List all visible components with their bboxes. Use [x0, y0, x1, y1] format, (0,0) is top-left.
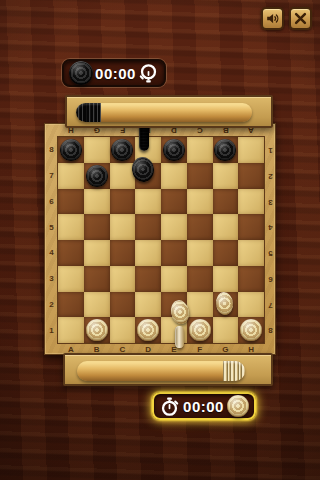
coord-label-5: 5: [264, 240, 277, 266]
coord-label-2: 2: [264, 163, 277, 189]
opponent-timer: 00:00: [95, 65, 136, 82]
square-g3[interactable]: [213, 266, 239, 292]
black-piece-a8[interactable]: [60, 139, 82, 161]
opponent-piece-icon: [69, 61, 93, 85]
black-piece-b7[interactable]: [86, 165, 108, 187]
square-d2[interactable]: [135, 292, 161, 318]
bottom-piece-tray: [63, 353, 273, 386]
square-b3[interactable]: [84, 266, 110, 292]
square-f6[interactable]: [187, 189, 213, 215]
square-a7[interactable]: [58, 163, 84, 189]
coord-label-3: 3: [45, 266, 58, 292]
white-piece-f1[interactable]: [189, 319, 211, 341]
close-icon: [293, 11, 308, 26]
coord-label-4: 4: [264, 214, 277, 240]
square-g1[interactable]: [213, 317, 239, 343]
square-a6[interactable]: [58, 189, 84, 215]
game-screen: 00:00 HGFEDCBA ABCDEFGH 87654321 1234567…: [0, 0, 320, 480]
square-d5[interactable]: [135, 214, 161, 240]
square-f4[interactable]: [187, 240, 213, 266]
square-e3[interactable]: [161, 266, 187, 292]
bottom-tray-roller: [77, 361, 245, 381]
square-f3[interactable]: [187, 266, 213, 292]
square-c4[interactable]: [110, 240, 136, 266]
top-piece-tray: [65, 95, 273, 128]
square-g6[interactable]: [213, 189, 239, 215]
square-h2[interactable]: [238, 292, 264, 318]
coord-label-8: 8: [264, 317, 277, 343]
white-piece-in-flight-e1-bottom-edge: [175, 326, 184, 348]
coord-label-7: 7: [45, 163, 58, 189]
square-b5[interactable]: [84, 214, 110, 240]
speaker-icon: [265, 11, 280, 26]
square-d6[interactable]: [135, 189, 161, 215]
top-tray-roller: [76, 103, 252, 122]
white-piece-b1[interactable]: [86, 319, 108, 341]
square-c1[interactable]: [110, 317, 136, 343]
square-h6[interactable]: [238, 189, 264, 215]
checkers-board: HGFEDCBA ABCDEFGH 87654321 12345678: [44, 123, 276, 355]
square-c5[interactable]: [110, 214, 136, 240]
square-a4[interactable]: [58, 240, 84, 266]
rank-labels-right: 12345678: [264, 137, 277, 343]
coord-label-7: 7: [264, 292, 277, 318]
coord-label-3: 3: [264, 189, 277, 215]
coord-label-6: 6: [264, 266, 277, 292]
player-timer: 00:00: [183, 398, 224, 415]
square-h7[interactable]: [238, 163, 264, 189]
square-e4[interactable]: [161, 240, 187, 266]
square-b8[interactable]: [84, 137, 110, 163]
coord-label-1: 1: [45, 317, 58, 343]
square-f2[interactable]: [187, 292, 213, 318]
square-e7[interactable]: [161, 163, 187, 189]
square-b2[interactable]: [84, 292, 110, 318]
square-a5[interactable]: [58, 214, 84, 240]
close-button[interactable]: [289, 7, 312, 30]
black-piece-e8[interactable]: [163, 139, 185, 161]
square-h4[interactable]: [238, 240, 264, 266]
black-pieces-stack: [76, 103, 101, 122]
square-c3[interactable]: [110, 266, 136, 292]
coord-label-6: 6: [45, 189, 58, 215]
square-h3[interactable]: [238, 266, 264, 292]
square-h8[interactable]: [238, 137, 264, 163]
square-f7[interactable]: [187, 163, 213, 189]
sound-button[interactable]: [261, 7, 284, 30]
coord-label-5: 5: [45, 214, 58, 240]
square-a1[interactable]: [58, 317, 84, 343]
square-c6[interactable]: [110, 189, 136, 215]
square-a2[interactable]: [58, 292, 84, 318]
square-a3[interactable]: [58, 266, 84, 292]
square-d3[interactable]: [135, 266, 161, 292]
square-g5[interactable]: [213, 214, 239, 240]
coord-label-1: 1: [264, 137, 277, 163]
square-d4[interactable]: [135, 240, 161, 266]
square-f5[interactable]: [187, 214, 213, 240]
coord-label-4: 4: [45, 240, 58, 266]
white-pieces-stack: [223, 361, 245, 381]
stopwatch-icon: [159, 396, 180, 417]
square-h5[interactable]: [238, 214, 264, 240]
square-g7[interactable]: [213, 163, 239, 189]
square-e6[interactable]: [161, 189, 187, 215]
player-piece-icon: [227, 395, 249, 417]
rank-labels-left: 87654321: [45, 137, 58, 343]
opponent-panel: 00:00: [62, 59, 166, 87]
square-f8[interactable]: [187, 137, 213, 163]
square-c2[interactable]: [110, 292, 136, 318]
coord-label-2: 2: [45, 292, 58, 318]
stopwatch-icon: [138, 63, 159, 84]
player-panel: 00:00: [152, 392, 256, 420]
coord-label-8: 8: [45, 137, 58, 163]
square-b6[interactable]: [84, 189, 110, 215]
square-e5[interactable]: [161, 214, 187, 240]
square-g4[interactable]: [213, 240, 239, 266]
square-b4[interactable]: [84, 240, 110, 266]
